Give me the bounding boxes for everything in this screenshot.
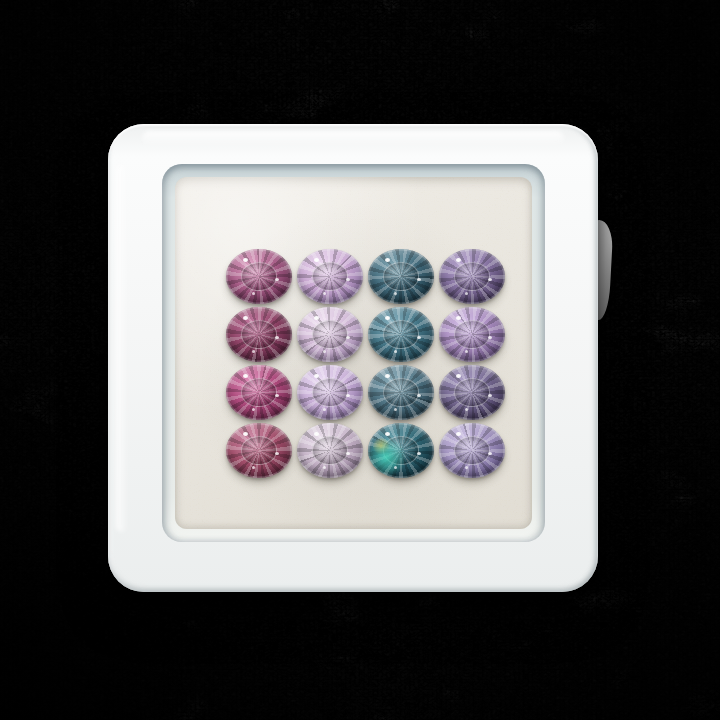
gem-r2c1 [226, 307, 292, 362]
photo-scene: Overhead photograph of a square white pl… [0, 0, 720, 720]
gem-table-facet [383, 262, 420, 291]
gem-r4c4 [439, 423, 505, 478]
gem-sparkle [346, 452, 350, 455]
gem-r2c3 [368, 307, 434, 362]
gem-sparkle [488, 336, 492, 339]
gem-sparkle [417, 452, 421, 455]
gem-r1c3 [368, 249, 434, 304]
gem-table-facet [383, 320, 420, 349]
gem-sparkle [488, 394, 492, 397]
gem-sparkle [488, 452, 492, 455]
gem-sparkle [275, 452, 279, 455]
gem-r4c2 [297, 423, 363, 478]
gem-table-facet [241, 436, 278, 465]
gem-table-facet [312, 378, 349, 407]
gem-r3c4 [439, 365, 505, 420]
gem-sparkle [346, 394, 350, 397]
gem-table-facet [241, 262, 278, 291]
gem-box [108, 124, 598, 592]
gem-table-facet [241, 378, 278, 407]
box-rim-glare-top [142, 131, 564, 146]
gem-r2c2 [297, 307, 363, 362]
gem-r4c1 [226, 423, 292, 478]
gem-r1c1 [226, 249, 292, 304]
gem-r3c1 [226, 365, 292, 420]
gem-r1c2 [297, 249, 363, 304]
gem-sparkle [346, 278, 350, 281]
gem-r3c3 [368, 365, 434, 420]
foam-insert [175, 177, 532, 529]
gem-sparkle [417, 336, 421, 339]
gem-table-facet [312, 436, 349, 465]
gem-sparkle [417, 394, 421, 397]
gem-table-facet [312, 320, 349, 349]
gem-sparkle [346, 336, 350, 339]
gem-sparkle [275, 394, 279, 397]
gem-sparkle [488, 278, 492, 281]
gem-r3c2 [297, 365, 363, 420]
gem-sparkle [275, 336, 279, 339]
gem-sparkle [417, 278, 421, 281]
gem-table-facet [454, 378, 491, 407]
gem-table-facet [383, 378, 420, 407]
gem-color-flash [368, 423, 434, 478]
gem-grid [226, 249, 505, 478]
gem-table-facet [241, 320, 278, 349]
gem-r1c4 [439, 249, 505, 304]
gem-table-facet [454, 436, 491, 465]
gem-r4c3 [368, 423, 434, 478]
gem-table-facet [312, 262, 349, 291]
gem-table-facet [454, 320, 491, 349]
gem-r2c4 [439, 307, 505, 362]
box-rim-glare-left [116, 164, 128, 532]
box-opening-bevel [162, 164, 545, 542]
gem-table-facet [454, 262, 491, 291]
gem-sparkle [275, 278, 279, 281]
